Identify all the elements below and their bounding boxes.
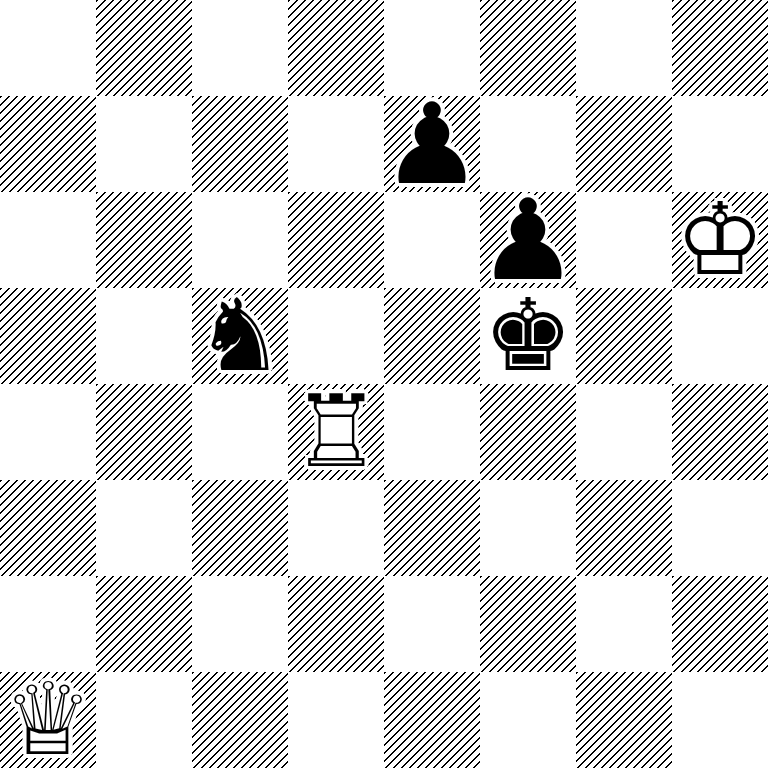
square-c2[interactable]	[192, 576, 288, 672]
square-g7[interactable]	[576, 96, 672, 192]
square-e6[interactable]	[384, 192, 480, 288]
square-h4[interactable]	[672, 384, 768, 480]
square-g6[interactable]	[576, 192, 672, 288]
square-c4[interactable]	[192, 384, 288, 480]
square-g1[interactable]	[576, 672, 672, 768]
square-f8[interactable]	[480, 0, 576, 96]
square-h6[interactable]: ♚♔	[672, 192, 768, 288]
square-d7[interactable]	[288, 96, 384, 192]
square-c1[interactable]	[192, 672, 288, 768]
square-b3[interactable]	[96, 480, 192, 576]
square-d5[interactable]	[288, 288, 384, 384]
square-a7[interactable]	[0, 96, 96, 192]
square-a6[interactable]	[0, 192, 96, 288]
square-g5[interactable]	[576, 288, 672, 384]
square-c6[interactable]	[192, 192, 288, 288]
white-rook-icon: ♖	[288, 384, 384, 480]
square-b7[interactable]	[96, 96, 192, 192]
square-g3[interactable]	[576, 480, 672, 576]
square-h2[interactable]	[672, 576, 768, 672]
square-d4[interactable]: ♜♖	[288, 384, 384, 480]
square-g8[interactable]	[576, 0, 672, 96]
square-e2[interactable]	[384, 576, 480, 672]
square-c5[interactable]: ♞♞	[192, 288, 288, 384]
square-d1[interactable]	[288, 672, 384, 768]
square-f5[interactable]: ♚♚	[480, 288, 576, 384]
piece-black-king-f5[interactable]: ♚♚	[480, 288, 576, 384]
piece-black-pawn-e7[interactable]: ♟♟	[384, 96, 480, 192]
square-f4[interactable]	[480, 384, 576, 480]
square-a3[interactable]	[0, 480, 96, 576]
square-d3[interactable]	[288, 480, 384, 576]
square-e1[interactable]	[384, 672, 480, 768]
square-b5[interactable]	[96, 288, 192, 384]
square-a8[interactable]	[0, 0, 96, 96]
square-c7[interactable]	[192, 96, 288, 192]
white-king-icon: ♔	[672, 192, 768, 288]
square-e4[interactable]	[384, 384, 480, 480]
square-b4[interactable]	[96, 384, 192, 480]
black-king-icon: ♚	[480, 288, 576, 384]
square-f6[interactable]: ♟♟	[480, 192, 576, 288]
square-h1[interactable]	[672, 672, 768, 768]
piece-black-knight-c5[interactable]: ♞♞	[192, 288, 288, 384]
square-h8[interactable]	[672, 0, 768, 96]
black-pawn-icon: ♟	[480, 192, 576, 288]
square-g4[interactable]	[576, 384, 672, 480]
square-f2[interactable]	[480, 576, 576, 672]
square-a4[interactable]	[0, 384, 96, 480]
square-f3[interactable]	[480, 480, 576, 576]
white-queen-icon: ♕	[0, 672, 96, 768]
square-e5[interactable]	[384, 288, 480, 384]
black-knight-icon: ♞	[192, 288, 288, 384]
square-f1[interactable]	[480, 672, 576, 768]
piece-white-rook-d4[interactable]: ♜♖	[288, 384, 384, 480]
square-c3[interactable]	[192, 480, 288, 576]
square-h5[interactable]	[672, 288, 768, 384]
square-a1[interactable]: ♛♕	[0, 672, 96, 768]
piece-black-pawn-f6[interactable]: ♟♟	[480, 192, 576, 288]
square-b8[interactable]	[96, 0, 192, 96]
piece-white-queen-a1[interactable]: ♛♕	[0, 672, 96, 768]
square-g2[interactable]	[576, 576, 672, 672]
square-c8[interactable]	[192, 0, 288, 96]
square-h7[interactable]	[672, 96, 768, 192]
square-a2[interactable]	[0, 576, 96, 672]
square-b2[interactable]	[96, 576, 192, 672]
black-pawn-icon: ♟	[384, 96, 480, 192]
square-d2[interactable]	[288, 576, 384, 672]
square-e7[interactable]: ♟♟	[384, 96, 480, 192]
square-d6[interactable]	[288, 192, 384, 288]
square-b1[interactable]	[96, 672, 192, 768]
square-b6[interactable]	[96, 192, 192, 288]
square-e3[interactable]	[384, 480, 480, 576]
chess-board: ♟♟♟♟♚♔♞♞♚♚♜♖♛♕	[0, 0, 768, 768]
square-a5[interactable]	[0, 288, 96, 384]
square-d8[interactable]	[288, 0, 384, 96]
square-h3[interactable]	[672, 480, 768, 576]
piece-white-king-h6[interactable]: ♚♔	[672, 192, 768, 288]
